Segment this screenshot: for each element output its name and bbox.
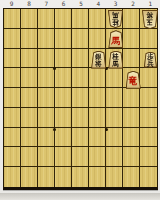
- piece-kanji: 馬: [111, 36, 121, 46]
- file-label-4: 4: [90, 0, 107, 8]
- board-cell-6i[interactable]: [55, 167, 72, 187]
- board-cell-4h[interactable]: [89, 147, 106, 167]
- file-label-8: 8: [20, 0, 37, 8]
- file-label-9: 9: [3, 0, 20, 8]
- board-cell-6h[interactable]: [55, 147, 72, 167]
- board-cell-4b[interactable]: [89, 29, 106, 49]
- board-cell-3h[interactable]: [106, 147, 123, 167]
- board-cell-7i[interactable]: [38, 167, 55, 187]
- board-cell-7f[interactable]: [38, 108, 55, 128]
- board-cell-4a[interactable]: [89, 9, 106, 29]
- board-cell-5f[interactable]: [72, 108, 89, 128]
- board-cell-8e[interactable]: [21, 88, 38, 108]
- board-cell-9b[interactable]: [4, 29, 21, 49]
- board-cell-9d[interactable]: [4, 68, 21, 88]
- piece-kanji: 玉将: [147, 11, 154, 25]
- board-cell-5b[interactable]: [72, 29, 89, 49]
- board-cell-3d[interactable]: [106, 68, 123, 88]
- board-cell-2h[interactable]: [123, 147, 140, 167]
- piece-sente-pawn-1c[interactable]: 歩兵: [144, 52, 157, 68]
- board-cell-8i[interactable]: [21, 167, 38, 187]
- file-coordinate-labels: 987654321: [3, 0, 159, 8]
- board-cell-5g[interactable]: [72, 128, 89, 148]
- board-cell-5c[interactable]: [72, 49, 89, 69]
- board-cell-9f[interactable]: [4, 108, 21, 128]
- board-cell-6g[interactable]: [55, 128, 72, 148]
- board-cell-8b[interactable]: [21, 29, 38, 49]
- board-cell-8g[interactable]: [21, 128, 38, 148]
- board-cell-5h[interactable]: [72, 147, 89, 167]
- board-cell-8a[interactable]: [21, 9, 38, 29]
- board-cell-6e[interactable]: [55, 88, 72, 108]
- board-cell-1g[interactable]: [140, 128, 157, 148]
- board-cell-8d[interactable]: [21, 68, 38, 88]
- piece-kanji: 歩兵: [147, 54, 154, 68]
- board-cell-8c[interactable]: [21, 49, 38, 69]
- board-cell-9i[interactable]: [4, 167, 21, 187]
- board-cell-3e[interactable]: [106, 88, 123, 108]
- file-label-6: 6: [55, 0, 72, 8]
- board-cell-8f[interactable]: [21, 108, 38, 128]
- board-cell-7h[interactable]: [38, 147, 55, 167]
- board-cell-5e[interactable]: [72, 88, 89, 108]
- board-cell-2g[interactable]: [123, 128, 140, 148]
- board-cell-7a[interactable]: [38, 9, 55, 29]
- board-cell-6c[interactable]: [55, 49, 72, 69]
- board-cell-3f[interactable]: [106, 108, 123, 128]
- board-cell-4e[interactable]: [89, 88, 106, 108]
- piece-sente-promoted-bishop-3b[interactable]: 馬: [108, 30, 123, 48]
- board-cell-9e[interactable]: [4, 88, 21, 108]
- piece-kanji: 銀将: [95, 54, 102, 68]
- board-cell-6b[interactable]: [55, 29, 72, 49]
- board-cell-9c[interactable]: [4, 49, 21, 69]
- board-cell-4f[interactable]: [89, 108, 106, 128]
- shogi-app-screenshot: 987654321 桂馬玉将馬銀将桂馬歩兵竜: [0, 0, 160, 200]
- board-cell-4i[interactable]: [89, 167, 106, 187]
- board-cell-5i[interactable]: [72, 167, 89, 187]
- file-label-7: 7: [38, 0, 55, 8]
- board-cell-9g[interactable]: [4, 128, 21, 148]
- board-cell-2c[interactable]: [123, 49, 140, 69]
- board-cell-7d[interactable]: [38, 68, 55, 88]
- board-cell-1e[interactable]: [140, 88, 157, 108]
- piece-kanji: 竜: [128, 76, 138, 86]
- board-cell-5a[interactable]: [72, 9, 89, 29]
- board-cell-2b[interactable]: [123, 29, 140, 49]
- shogi-board[interactable]: [3, 8, 158, 190]
- board-cell-1h[interactable]: [140, 147, 157, 167]
- board-cell-1b[interactable]: [140, 29, 157, 49]
- board-cell-9h[interactable]: [4, 147, 21, 167]
- board-cell-3i[interactable]: [106, 167, 123, 187]
- board-cell-2e[interactable]: [123, 88, 140, 108]
- file-label-3: 3: [107, 0, 124, 8]
- piece-kanji: 桂馬: [112, 54, 119, 68]
- board-cell-7g[interactable]: [38, 128, 55, 148]
- board-cell-1i[interactable]: [140, 167, 157, 187]
- board-cell-6f[interactable]: [55, 108, 72, 128]
- piece-gote-king-1a[interactable]: 玉将: [142, 10, 158, 29]
- board-cell-2i[interactable]: [123, 167, 140, 187]
- board-cell-2a[interactable]: [123, 9, 140, 29]
- board-cell-3g[interactable]: [106, 128, 123, 148]
- file-label-2: 2: [124, 0, 141, 8]
- board-cell-1f[interactable]: [140, 108, 157, 128]
- board-cell-2f[interactable]: [123, 108, 140, 128]
- board-cell-7c[interactable]: [38, 49, 55, 69]
- board-cell-8h[interactable]: [21, 147, 38, 167]
- board-cell-7e[interactable]: [38, 88, 55, 108]
- board-cell-7b[interactable]: [38, 29, 55, 49]
- file-label-5: 5: [72, 0, 89, 8]
- piece-kanji: 桂馬: [112, 11, 119, 25]
- file-label-1: 1: [142, 0, 159, 8]
- board-cell-6a[interactable]: [55, 9, 72, 29]
- board-cell-4g[interactable]: [89, 128, 106, 148]
- board-cell-6d[interactable]: [55, 68, 72, 88]
- board-cell-1d[interactable]: [140, 68, 157, 88]
- board-cell-4d[interactable]: [89, 68, 106, 88]
- piece-sente-dragon-2d[interactable]: 竜: [126, 71, 141, 89]
- piece-gote-knight-3a[interactable]: 桂馬: [108, 10, 123, 28]
- piece-sente-silver-4c[interactable]: 銀将: [91, 51, 106, 69]
- board-bottom-edge: [0, 193, 160, 200]
- piece-sente-knight-3c[interactable]: 桂馬: [108, 51, 123, 69]
- board-cell-5d[interactable]: [72, 68, 89, 88]
- board-cell-9a[interactable]: [4, 9, 21, 29]
